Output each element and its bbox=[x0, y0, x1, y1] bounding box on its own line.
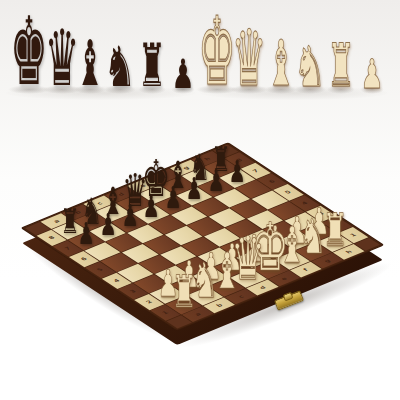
black-pawn-f7: ♟ bbox=[186, 177, 203, 201]
dark-pawn: ♟ bbox=[171, 58, 194, 90]
light-king: ♚ bbox=[198, 15, 236, 90]
light-queen: ♛ bbox=[232, 28, 267, 90]
dark-knight: ♞ bbox=[104, 45, 136, 90]
black-pawn-h7: ♟ bbox=[229, 159, 246, 183]
black-pawn-e7: ♟ bbox=[164, 186, 181, 210]
chess-set-photo: abcdefgh8877665544332211abcdefgh ♚♛♝♞♜♟♚… bbox=[0, 0, 400, 400]
light-knight: ♞ bbox=[294, 45, 326, 90]
white-rook-a1: ♜ bbox=[171, 274, 196, 310]
black-pawn-c7: ♟ bbox=[121, 204, 138, 228]
dark-rook: ♜ bbox=[138, 42, 166, 90]
light-rook: ♜ bbox=[327, 42, 355, 90]
dark-king: ♚ bbox=[10, 15, 48, 90]
black-pawn-b7: ♟ bbox=[99, 213, 116, 237]
black-pawn-g7: ♟ bbox=[207, 168, 224, 192]
black-pawn-d7: ♟ bbox=[143, 195, 160, 219]
black-pawn-a7: ♟ bbox=[78, 222, 95, 246]
light-bishop: ♝ bbox=[266, 40, 296, 90]
dark-queen: ♛ bbox=[45, 28, 80, 90]
dark-bishop: ♝ bbox=[75, 40, 105, 90]
clasp-knob bbox=[283, 292, 294, 302]
light-pawn: ♟ bbox=[360, 58, 383, 90]
